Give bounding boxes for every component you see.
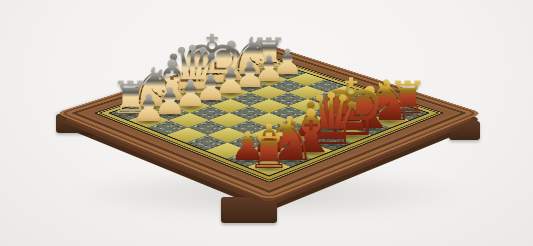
- chess-set-photo: ♜♟♞♟♝♟♚♟♛♟♝♟♟♞♜♟♟♜♞♟♟♝♟♚♟♛♟♝♟♞♟♜: [0, 0, 533, 246]
- white-pawn[interactable]: ♟: [132, 90, 166, 128]
- black-rook[interactable]: ♜: [247, 127, 290, 175]
